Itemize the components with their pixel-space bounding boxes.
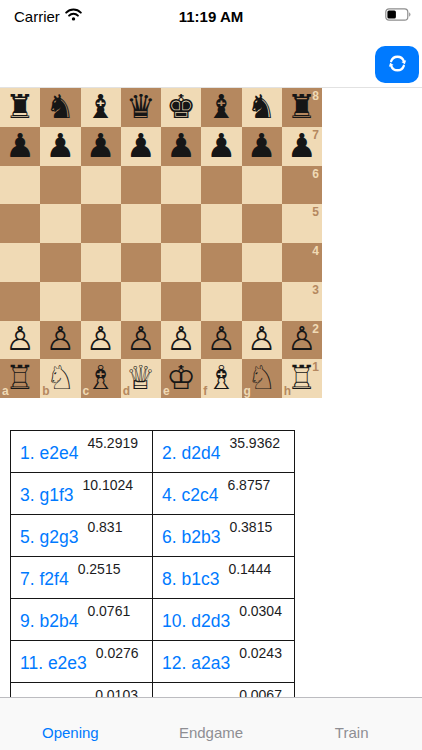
rank-label: 8 <box>312 90 319 102</box>
status-bar: Carrier 11:19 AM <box>0 0 422 32</box>
rank-label: 6 <box>312 168 319 180</box>
file-label: h <box>284 385 291 397</box>
square-f1[interactable]: ♗f <box>201 359 241 398</box>
move-eval: 45.2919 <box>87 435 138 451</box>
piece-white: ♙ <box>5 322 35 355</box>
move-eval: 0.0304 <box>239 603 282 619</box>
move-label: 1. e2e4 <box>20 443 78 464</box>
square-f8[interactable]: ♝ <box>201 88 241 127</box>
square-c8[interactable]: ♝ <box>81 88 121 127</box>
square-h4[interactable]: 4 <box>282 243 322 282</box>
piece-black: ♞ <box>46 90 76 123</box>
square-g2[interactable]: ♙ <box>242 321 282 360</box>
square-h6[interactable]: 6 <box>282 166 322 205</box>
square-b8[interactable]: ♞ <box>40 88 80 127</box>
rank-label: 4 <box>312 245 319 257</box>
move-cell[interactable]: 10. d2d30.0304 <box>153 599 295 641</box>
square-b3[interactable] <box>40 282 80 321</box>
move-cell[interactable]: 7. f2f40.2515 <box>11 557 153 599</box>
square-f5[interactable] <box>201 204 241 243</box>
file-label: c <box>83 385 90 397</box>
tab-opening[interactable]: Opening <box>0 698 141 750</box>
move-label: 3. g1f3 <box>20 485 74 506</box>
move-eval: 0.0067 <box>239 687 282 697</box>
square-a1[interactable]: ♖a <box>0 359 40 398</box>
moves-body: 1. e2e445.29192. d2d435.93623. g1f310.10… <box>11 431 295 698</box>
move-label: 11. e2e3 <box>20 653 87 674</box>
move-cell[interactable]: 2. d2d435.9362 <box>153 431 295 473</box>
square-f6[interactable] <box>201 166 241 205</box>
square-e5[interactable] <box>161 204 201 243</box>
square-a4[interactable] <box>0 243 40 282</box>
rank-label: 1 <box>312 361 319 373</box>
file-label: a <box>2 385 9 397</box>
square-g7[interactable]: ♟ <box>242 127 282 166</box>
move-label: 5. g2g3 <box>20 527 78 548</box>
clock: 11:19 AM <box>179 8 243 25</box>
move-label: 12. a2a3 <box>162 653 230 674</box>
piece-white: ♘ <box>247 361 277 394</box>
square-d2[interactable]: ♙ <box>121 321 161 360</box>
square-h1[interactable]: ♖1h <box>282 359 322 398</box>
piece-black: ♞ <box>247 90 277 123</box>
move-label: 9. b2b4 <box>20 611 78 632</box>
square-e6[interactable] <box>161 166 201 205</box>
file-label: b <box>42 385 49 397</box>
tab-bar: Opening Endgame Train <box>0 697 422 750</box>
square-h3[interactable]: 3 <box>282 282 322 321</box>
piece-black: ♟ <box>86 129 116 162</box>
move-eval: 0.0276 <box>96 645 139 661</box>
moves-row: 9. b2b40.076110. d2d30.0304 <box>11 599 295 641</box>
chess-board: ♜♞♝♛♚♝♞♜8♟♟♟♟♟♟♟♟76543♙♙♙♙♙♙♙♙2♖a♘b♗c♕d♔… <box>0 88 322 398</box>
square-d5[interactable] <box>121 204 161 243</box>
piece-black: ♟ <box>46 129 76 162</box>
square-h5[interactable]: 5 <box>282 204 322 243</box>
move-cell[interactable]: 14. h2h30.0067 <box>153 683 295 698</box>
moves-row: 13. c2c30.010314. h2h30.0067 <box>11 683 295 698</box>
move-eval: 35.9362 <box>229 435 280 451</box>
square-f3[interactable] <box>201 282 241 321</box>
square-f2[interactable]: ♙ <box>201 321 241 360</box>
rank-label: 3 <box>312 284 319 296</box>
file-label: f <box>203 385 207 397</box>
moves-table: 1. e2e445.29192. d2d435.93623. g1f310.10… <box>10 430 295 697</box>
piece-black: ♚ <box>166 90 196 123</box>
square-g1[interactable]: ♘g <box>242 359 282 398</box>
move-eval: 0.831 <box>87 519 122 535</box>
tab-endgame[interactable]: Endgame <box>141 698 282 750</box>
square-g5[interactable] <box>242 204 282 243</box>
square-e8[interactable]: ♚ <box>161 88 201 127</box>
square-f7[interactable]: ♟ <box>201 127 241 166</box>
file-label: d <box>123 385 130 397</box>
piece-black: ♝ <box>207 90 237 123</box>
move-label: 4. c2c4 <box>162 485 218 506</box>
square-d1[interactable]: ♕d <box>121 359 161 398</box>
move-cell[interactable]: 12. a2a30.0243 <box>153 641 295 683</box>
move-eval: 0.3815 <box>229 519 272 535</box>
moves-row: 1. e2e445.29192. d2d435.9362 <box>11 431 295 473</box>
move-label: 7. f2f4 <box>20 569 69 590</box>
rank-label: 5 <box>312 206 319 218</box>
piece-white: ♙ <box>46 322 76 355</box>
square-c6[interactable] <box>81 166 121 205</box>
square-d7[interactable]: ♟ <box>121 127 161 166</box>
moves-row: 7. f2f40.25158. b1c30.1444 <box>11 557 295 599</box>
square-g3[interactable] <box>242 282 282 321</box>
square-c1[interactable]: ♗c <box>81 359 121 398</box>
square-e7[interactable]: ♟ <box>161 127 201 166</box>
wifi-icon <box>65 7 82 25</box>
square-e2[interactable]: ♙ <box>161 321 201 360</box>
piece-black: ♜ <box>5 90 35 123</box>
square-c5[interactable] <box>81 204 121 243</box>
square-a5[interactable] <box>0 204 40 243</box>
move-cell[interactable]: 3. g1f310.1024 <box>11 473 153 515</box>
move-cell[interactable]: 1. e2e445.2919 <box>11 431 153 473</box>
square-e1[interactable]: ♔e <box>161 359 201 398</box>
square-b4[interactable] <box>40 243 80 282</box>
square-c4[interactable] <box>81 243 121 282</box>
piece-white: ♔ <box>166 361 196 394</box>
square-h2[interactable]: ♙2 <box>282 321 322 360</box>
moves-row: 3. g1f310.10244. c2c46.8757 <box>11 473 295 515</box>
moves-table-container: 1. e2e445.29192. d2d435.93623. g1f310.10… <box>10 430 296 697</box>
square-b2[interactable]: ♙ <box>40 321 80 360</box>
square-d6[interactable] <box>121 166 161 205</box>
move-cell[interactable]: 6. b2b30.3815 <box>153 515 295 557</box>
toolbar <box>0 32 422 88</box>
battery-icon <box>385 7 412 25</box>
tab-train[interactable]: Train <box>281 698 422 750</box>
move-cell[interactable]: 4. c2c46.8757 <box>153 473 295 515</box>
square-b5[interactable] <box>40 204 80 243</box>
moves-row: 5. g2g30.8316. b2b30.3815 <box>11 515 295 557</box>
square-a6[interactable] <box>0 166 40 205</box>
square-e3[interactable] <box>161 282 201 321</box>
piece-white: ♙ <box>247 322 277 355</box>
move-eval: 0.2515 <box>78 561 121 577</box>
piece-white: ♗ <box>207 361 237 394</box>
square-d3[interactable] <box>121 282 161 321</box>
square-d8[interactable]: ♛ <box>121 88 161 127</box>
move-label: 2. d2d4 <box>162 443 220 464</box>
piece-white: ♙ <box>166 322 196 355</box>
square-a3[interactable] <box>0 282 40 321</box>
square-a8[interactable]: ♜ <box>0 88 40 127</box>
moves-row: 11. e2e30.027612. a2a30.0243 <box>11 641 295 683</box>
square-b1[interactable]: ♘b <box>40 359 80 398</box>
square-e4[interactable] <box>161 243 201 282</box>
move-cell[interactable]: 5. g2g30.831 <box>11 515 153 557</box>
piece-black: ♟ <box>126 129 156 162</box>
square-f4[interactable] <box>201 243 241 282</box>
square-g6[interactable] <box>242 166 282 205</box>
move-eval: 0.0103 <box>95 687 138 697</box>
square-a2[interactable]: ♙ <box>0 321 40 360</box>
piece-white: ♕ <box>126 361 156 394</box>
move-eval: 0.0761 <box>87 603 130 619</box>
move-label: 8. b1c3 <box>162 569 219 590</box>
square-b7[interactable]: ♟ <box>40 127 80 166</box>
move-label: 6. b2b3 <box>162 527 220 548</box>
move-cell[interactable]: 11. e2e30.0276 <box>11 641 153 683</box>
piece-black: ♛ <box>126 90 156 123</box>
refresh-icon <box>386 52 409 78</box>
move-eval: 0.0243 <box>239 645 282 661</box>
square-g4[interactable] <box>242 243 282 282</box>
piece-black: ♟ <box>207 129 237 162</box>
piece-white: ♖ <box>5 361 35 394</box>
square-a7[interactable]: ♟ <box>0 127 40 166</box>
file-label: g <box>244 385 251 397</box>
file-label: e <box>163 385 170 397</box>
move-eval: 10.1024 <box>83 477 134 493</box>
square-c7[interactable]: ♟ <box>81 127 121 166</box>
piece-white: ♙ <box>126 322 156 355</box>
square-g8[interactable]: ♞ <box>242 88 282 127</box>
move-eval: 6.8757 <box>227 477 270 493</box>
square-h8[interactable]: ♜8 <box>282 88 322 127</box>
move-eval: 0.1444 <box>228 561 271 577</box>
move-cell[interactable]: 13. c2c30.0103 <box>11 683 153 698</box>
piece-black: ♟ <box>5 129 35 162</box>
move-cell[interactable]: 9. b2b40.0761 <box>11 599 153 641</box>
carrier-label: Carrier <box>14 8 60 25</box>
piece-black: ♟ <box>247 129 277 162</box>
rank-label: 2 <box>312 323 319 335</box>
refresh-button[interactable] <box>375 46 419 83</box>
piece-white: ♗ <box>86 361 116 394</box>
square-h7[interactable]: ♟7 <box>282 127 322 166</box>
square-c2[interactable]: ♙ <box>81 321 121 360</box>
square-c3[interactable] <box>81 282 121 321</box>
piece-white: ♘ <box>46 361 76 394</box>
piece-black: ♝ <box>86 90 116 123</box>
piece-white: ♙ <box>86 322 116 355</box>
square-b6[interactable] <box>40 166 80 205</box>
piece-white: ♙ <box>207 322 237 355</box>
move-cell[interactable]: 8. b1c30.1444 <box>153 557 295 599</box>
rank-label: 7 <box>312 129 319 141</box>
app-screen: Carrier 11:19 AM <box>0 0 422 750</box>
square-d4[interactable] <box>121 243 161 282</box>
move-label: 10. d2d3 <box>162 611 230 632</box>
piece-black: ♟ <box>166 129 196 162</box>
